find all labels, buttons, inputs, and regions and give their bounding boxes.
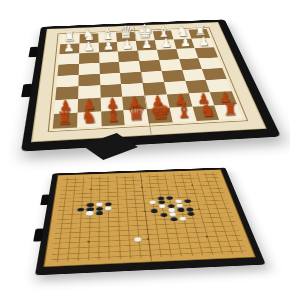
chess-piece-white-pawn: ♟ bbox=[194, 35, 213, 48]
chess-square bbox=[139, 60, 161, 72]
go-intersection bbox=[165, 251, 176, 257]
go-intersection bbox=[51, 256, 62, 262]
chess-piece-white-pawn: ♟ bbox=[117, 38, 137, 51]
go-intersection bbox=[122, 210, 131, 215]
go-intersection bbox=[114, 248, 124, 254]
chess-square: ♟ bbox=[136, 40, 157, 50]
go-intersection bbox=[134, 252, 145, 258]
chess-square: ♟ bbox=[79, 43, 99, 54]
go-intersection bbox=[83, 255, 94, 261]
go-intersection bbox=[124, 253, 135, 259]
chess-piece-white-pawn: ♟ bbox=[137, 37, 157, 50]
chess-square bbox=[99, 73, 121, 86]
chess-square bbox=[141, 71, 164, 84]
go-intersection bbox=[104, 254, 114, 260]
go-intersection bbox=[113, 210, 122, 215]
go-intersection bbox=[94, 239, 104, 245]
go-intersection bbox=[63, 240, 74, 246]
chess-square bbox=[79, 52, 99, 63]
chess-square: ♟ bbox=[192, 38, 214, 48]
chess-square bbox=[118, 51, 139, 62]
chess-piece-white-pawn: ♟ bbox=[78, 40, 98, 53]
chess-latch-bottom bbox=[21, 84, 33, 98]
go-intersection bbox=[183, 240, 194, 246]
go-intersection bbox=[113, 223, 123, 228]
go-intersection bbox=[236, 248, 248, 254]
go-hoshi-dot bbox=[87, 241, 90, 243]
go-intersection bbox=[222, 210, 233, 215]
go-set-photo bbox=[28, 106, 272, 286]
go-hoshi-dot bbox=[90, 189, 92, 190]
go-stone-white bbox=[86, 211, 93, 215]
chess-latch-top bbox=[28, 47, 38, 58]
go-intersection bbox=[203, 239, 214, 245]
go-hoshi-dot bbox=[191, 185, 194, 186]
chess-square: ♟ bbox=[98, 42, 118, 52]
go-intersection bbox=[93, 254, 103, 260]
go-surface bbox=[43, 169, 256, 267]
go-hoshi-dot bbox=[205, 236, 208, 238]
go-intersection bbox=[76, 207, 85, 212]
chess-square bbox=[195, 47, 218, 58]
go-intersection bbox=[226, 248, 238, 254]
go-intersection bbox=[114, 253, 125, 259]
go-hoshi-dot bbox=[198, 208, 201, 209]
go-stone-white bbox=[158, 204, 166, 208]
go-stone-black bbox=[177, 208, 185, 212]
go-stone-white bbox=[105, 206, 112, 210]
go-case bbox=[35, 168, 266, 276]
go-intersection bbox=[150, 217, 160, 222]
go-stone-black bbox=[150, 209, 158, 213]
go-intersection bbox=[72, 255, 83, 261]
chess-square bbox=[56, 75, 78, 88]
go-intersection bbox=[57, 212, 67, 217]
chess-piece-white-pawn: ♟ bbox=[175, 36, 195, 49]
chess-square bbox=[57, 64, 78, 76]
go-intersection bbox=[62, 256, 73, 262]
go-latch-top bbox=[40, 195, 50, 206]
go-intersection bbox=[195, 250, 207, 256]
go-hoshi-dot bbox=[143, 211, 146, 213]
chess-piece-white-pawn: ♟ bbox=[59, 41, 79, 54]
go-intersection bbox=[224, 214, 235, 219]
chess-square bbox=[176, 48, 198, 59]
go-intersection bbox=[94, 215, 103, 220]
go-latch-bottom bbox=[33, 228, 44, 241]
go-intersection bbox=[73, 250, 84, 256]
product-photo-canvas: { "game": "chess and go (weiqi/baduk) — … bbox=[0, 0, 290, 290]
go-intersection bbox=[148, 200, 157, 204]
chess-piece-white-pawn: ♟ bbox=[98, 39, 118, 52]
chess-square: ♟ bbox=[59, 43, 79, 54]
chess-piece-white-pawn: ♟ bbox=[156, 36, 176, 49]
chess-square: ♟ bbox=[155, 39, 176, 49]
go-intersection bbox=[133, 237, 143, 242]
chess-square: ♟ bbox=[173, 39, 195, 49]
go-stone-black bbox=[166, 196, 174, 200]
chess-square bbox=[99, 62, 120, 74]
chess-square: ♟ bbox=[117, 41, 137, 51]
go-intersection bbox=[159, 213, 169, 218]
go-hoshi-dot bbox=[141, 187, 143, 188]
